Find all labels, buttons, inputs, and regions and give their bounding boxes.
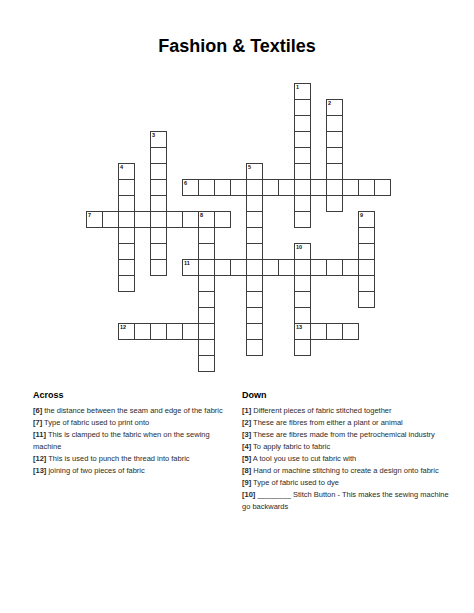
grid-cell[interactable] bbox=[342, 323, 359, 340]
grid-cell[interactable] bbox=[246, 339, 263, 356]
cell-number: 10 bbox=[296, 244, 302, 251]
clue-number-label: [1] bbox=[242, 406, 251, 415]
grid-cell[interactable] bbox=[118, 275, 135, 292]
grid-cell[interactable] bbox=[150, 195, 167, 212]
grid-cell[interactable] bbox=[198, 243, 215, 260]
grid-cell[interactable] bbox=[326, 259, 343, 276]
clue-number-label: [11] bbox=[33, 430, 46, 439]
grid-cell[interactable]: 11 bbox=[182, 259, 199, 276]
grid-cell[interactable]: 8 bbox=[198, 211, 215, 228]
grid-cell[interactable]: 7 bbox=[86, 211, 103, 228]
grid-cell[interactable] bbox=[166, 211, 183, 228]
clue-down-1: [1] Different pieces of fabric stitched … bbox=[242, 405, 454, 417]
grid-cell[interactable] bbox=[294, 163, 311, 180]
grid-cell[interactable] bbox=[198, 355, 215, 372]
clue-number-label: [2] bbox=[242, 418, 251, 427]
grid-cell[interactable] bbox=[310, 323, 327, 340]
clue-number-label: [3] bbox=[242, 430, 251, 439]
grid-cell[interactable] bbox=[310, 259, 327, 276]
grid-cell[interactable] bbox=[326, 147, 343, 164]
grid-cell[interactable] bbox=[246, 259, 263, 276]
grid-cell[interactable] bbox=[326, 323, 343, 340]
grid-cell[interactable]: 12 bbox=[118, 323, 135, 340]
page: { "game": "crossword", "title": "Fashion… bbox=[0, 0, 474, 613]
grid-cell[interactable]: 3 bbox=[150, 131, 167, 148]
page-title: Fashion & Textiles bbox=[0, 36, 474, 57]
grid-cell[interactable] bbox=[246, 275, 263, 292]
grid-cell[interactable] bbox=[342, 259, 359, 276]
down-clue-section: Down [1] Different pieces of fabric stit… bbox=[242, 389, 454, 513]
grid-cell[interactable] bbox=[134, 211, 151, 228]
grid-cell[interactable] bbox=[246, 243, 263, 260]
grid-cell[interactable] bbox=[150, 211, 167, 228]
grid-cell[interactable] bbox=[246, 291, 263, 308]
across-clue-list: [6] the distance between the seam and ed… bbox=[33, 405, 229, 477]
grid-cell[interactable] bbox=[214, 179, 231, 196]
grid-cell[interactable]: 9 bbox=[358, 211, 375, 228]
grid-cell[interactable] bbox=[150, 243, 167, 260]
grid-cell[interactable] bbox=[326, 131, 343, 148]
grid-cell[interactable] bbox=[294, 179, 311, 196]
cell-number: 7 bbox=[88, 212, 91, 219]
grid-cell[interactable] bbox=[150, 163, 167, 180]
down-header: Down bbox=[242, 389, 454, 401]
grid-cell[interactable] bbox=[246, 307, 263, 324]
clue-number-label: [7] bbox=[33, 418, 42, 427]
grid-cell[interactable] bbox=[294, 291, 311, 308]
clue-down-5: [5] A tool you use to cut fabric with bbox=[242, 453, 454, 465]
across-header: Across bbox=[33, 389, 229, 401]
grid-cell[interactable] bbox=[246, 211, 263, 228]
grid-cell[interactable] bbox=[118, 259, 135, 276]
grid-cell[interactable] bbox=[246, 179, 263, 196]
clue-number-label: [9] bbox=[242, 478, 251, 487]
clue-across-13: [13] joining of two pieces of fabric bbox=[33, 465, 229, 477]
clue-across-7: [7] Type of fabric used to print onto bbox=[33, 417, 229, 429]
grid-cell[interactable] bbox=[246, 323, 263, 340]
grid-cell[interactable] bbox=[262, 259, 279, 276]
cell-number: 5 bbox=[248, 164, 251, 171]
grid-cell[interactable] bbox=[198, 307, 215, 324]
grid-cell[interactable] bbox=[118, 243, 135, 260]
grid-cell[interactable] bbox=[150, 147, 167, 164]
grid-cell[interactable] bbox=[278, 259, 295, 276]
across-clue-section: Across [6] the distance between the seam… bbox=[33, 389, 229, 477]
cell-number: 8 bbox=[200, 212, 203, 219]
grid-cell[interactable] bbox=[294, 99, 311, 116]
cell-number: 4 bbox=[120, 164, 123, 171]
grid-cell[interactable] bbox=[326, 179, 343, 196]
grid-cell[interactable] bbox=[294, 131, 311, 148]
clue-across-11: [11] This is clamped to the fabric when … bbox=[33, 429, 229, 453]
grid-cell[interactable] bbox=[150, 323, 167, 340]
grid-cell[interactable] bbox=[214, 259, 231, 276]
grid-cell[interactable] bbox=[118, 179, 135, 196]
grid-cell[interactable] bbox=[102, 211, 119, 228]
grid-cell[interactable] bbox=[198, 259, 215, 276]
grid-cell[interactable] bbox=[294, 339, 311, 356]
cell-number: 2 bbox=[328, 100, 331, 107]
clue-down-2: [2] These are fibres from either a plant… bbox=[242, 417, 454, 429]
cell-number: 1 bbox=[296, 84, 299, 91]
cell-number: 9 bbox=[360, 212, 363, 219]
grid-cell[interactable] bbox=[358, 243, 375, 260]
grid-cell[interactable] bbox=[358, 291, 375, 308]
grid-cell[interactable] bbox=[326, 115, 343, 132]
grid-cell[interactable] bbox=[198, 339, 215, 356]
clue-across-12: [12] This is used to punch the thread in… bbox=[33, 453, 229, 465]
grid-cell[interactable]: 6 bbox=[182, 179, 199, 196]
cell-number: 12 bbox=[120, 324, 126, 331]
grid-cell[interactable] bbox=[294, 115, 311, 132]
clue-down-10: [10] ________ Stitch Button - This makes… bbox=[242, 489, 454, 513]
grid-cell[interactable] bbox=[150, 179, 167, 196]
grid-cell[interactable]: 10 bbox=[294, 243, 311, 260]
grid-cell[interactable] bbox=[150, 259, 167, 276]
crossword-grid: 12345678910111213 bbox=[86, 83, 391, 372]
grid-cell[interactable] bbox=[118, 211, 135, 228]
cell-number: 11 bbox=[184, 260, 190, 267]
grid-cell[interactable] bbox=[294, 147, 311, 164]
grid-cell[interactable] bbox=[230, 179, 247, 196]
grid-cell[interactable] bbox=[294, 259, 311, 276]
cell-number: 6 bbox=[184, 180, 187, 187]
cell-number: 3 bbox=[152, 132, 155, 139]
clue-number-label: [10] bbox=[242, 490, 255, 499]
clue-number-label: [13] bbox=[33, 466, 46, 475]
grid-cell[interactable] bbox=[230, 259, 247, 276]
grid-cell[interactable] bbox=[134, 323, 151, 340]
clue-down-8: [8] Hand or machine stitching to create … bbox=[242, 465, 454, 477]
grid-cell[interactable] bbox=[198, 275, 215, 292]
grid-cell[interactable] bbox=[166, 323, 183, 340]
clue-number-label: [12] bbox=[33, 454, 46, 463]
down-clue-list: [1] Different pieces of fabric stitched … bbox=[242, 405, 454, 513]
grid-cell[interactable]: 1 bbox=[294, 83, 311, 100]
clue-down-9: [9] Type of fabric used to dye bbox=[242, 477, 454, 489]
clue-down-3: [3] These are fibres made from the petro… bbox=[242, 429, 454, 441]
grid-cell[interactable] bbox=[294, 307, 311, 324]
grid-cell[interactable] bbox=[118, 227, 135, 244]
clue-number-label: [6] bbox=[33, 406, 42, 415]
grid-cell[interactable] bbox=[118, 195, 135, 212]
grid-cell[interactable] bbox=[198, 179, 215, 196]
grid-cell[interactable] bbox=[294, 211, 311, 228]
cell-number: 13 bbox=[296, 324, 302, 331]
clue-number-label: [4] bbox=[242, 442, 251, 451]
grid-cell[interactable] bbox=[326, 195, 343, 212]
grid-cell[interactable] bbox=[358, 179, 375, 196]
grid-cell[interactable] bbox=[342, 179, 359, 196]
grid-cell[interactable] bbox=[246, 227, 263, 244]
grid-cell[interactable] bbox=[262, 179, 279, 196]
clue-down-4: [4] To apply fabric to fabric bbox=[242, 441, 454, 453]
grid-cell[interactable] bbox=[358, 259, 375, 276]
grid-cell[interactable] bbox=[326, 163, 343, 180]
grid-cell[interactable] bbox=[278, 179, 295, 196]
grid-cell[interactable]: 13 bbox=[294, 323, 311, 340]
grid-cell[interactable] bbox=[246, 195, 263, 212]
grid-cell[interactable] bbox=[198, 227, 215, 244]
grid-cell[interactable] bbox=[294, 195, 311, 212]
grid-cell[interactable] bbox=[182, 323, 199, 340]
grid-cell[interactable] bbox=[198, 291, 215, 308]
clue-across-6: [6] the distance between the seam and ed… bbox=[33, 405, 229, 417]
grid-cell[interactable] bbox=[310, 179, 327, 196]
grid-cell[interactable] bbox=[374, 179, 391, 196]
grid-cell[interactable] bbox=[182, 211, 199, 228]
grid-cell[interactable]: 5 bbox=[246, 163, 263, 180]
grid-cell[interactable] bbox=[150, 227, 167, 244]
grid-cell[interactable] bbox=[198, 323, 215, 340]
grid-cell[interactable] bbox=[294, 275, 311, 292]
clue-number-label: [8] bbox=[242, 466, 251, 475]
grid-cell[interactable] bbox=[358, 275, 375, 292]
grid-cell[interactable] bbox=[358, 227, 375, 244]
grid-cell[interactable]: 4 bbox=[118, 163, 135, 180]
clue-number-label: [5] bbox=[242, 454, 251, 463]
grid-cell[interactable] bbox=[214, 211, 231, 228]
grid-cell[interactable]: 2 bbox=[326, 99, 343, 116]
